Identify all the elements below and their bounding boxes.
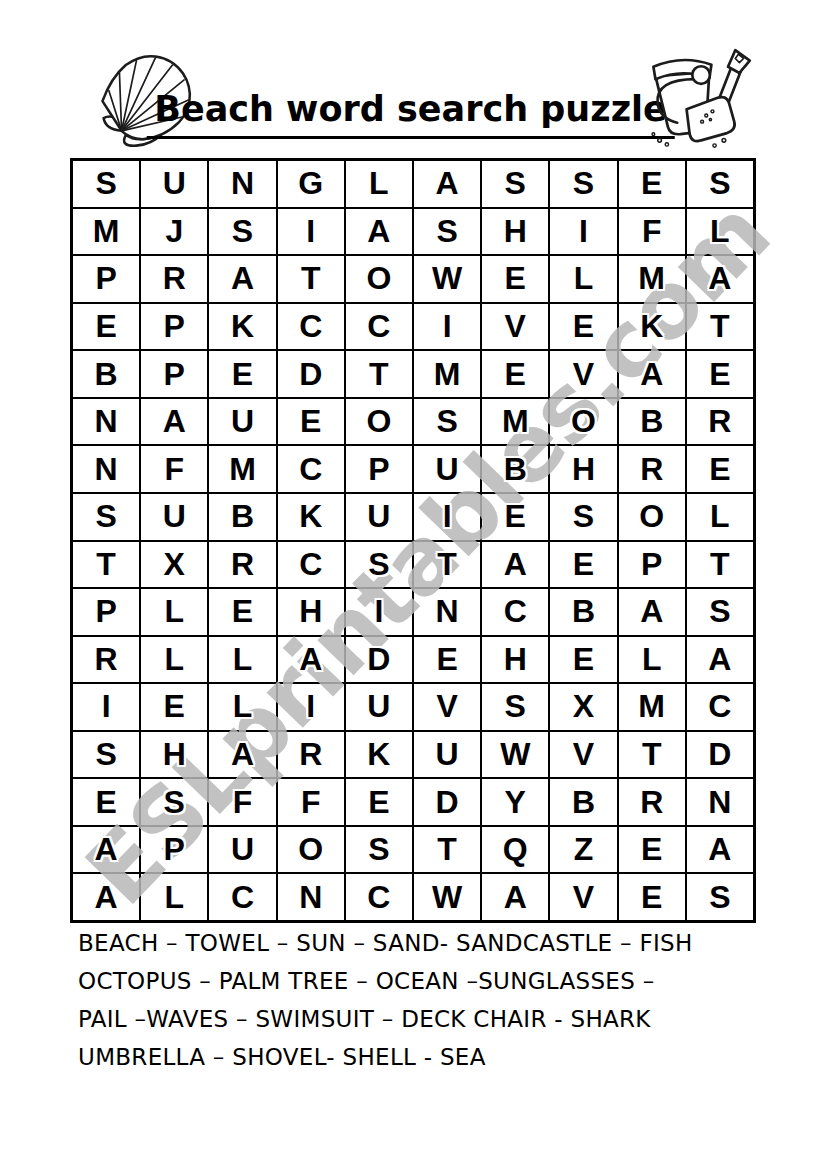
grid-cell[interactable]: L: [618, 636, 686, 684]
grid-letter: D: [436, 784, 459, 821]
grid-letter: E: [505, 356, 526, 393]
grid-cell[interactable]: X: [140, 541, 208, 589]
grid-letter: E: [164, 688, 185, 725]
grid-letter: V: [505, 308, 526, 345]
grid-letter: A: [95, 879, 118, 916]
grid-cell[interactable]: I: [277, 683, 345, 731]
grid-letter: R: [640, 784, 663, 821]
grid-letter: Z: [574, 831, 594, 868]
grid-letter: L: [233, 641, 253, 678]
grid-letter: L: [233, 688, 253, 725]
grid-cell[interactable]: D: [345, 636, 413, 684]
grid-letter: P: [164, 831, 185, 868]
grid-cell[interactable]: E: [140, 683, 208, 731]
grid-letter: P: [368, 451, 389, 488]
grid-letter: V: [436, 688, 457, 725]
grid-cell[interactable]: A: [686, 826, 754, 874]
grid-letter: E: [232, 356, 253, 393]
grid-letter: F: [165, 451, 185, 488]
grid-cell[interactable]: O: [549, 398, 617, 446]
grid-letter: C: [708, 688, 731, 725]
grid-cell[interactable]: E: [208, 350, 276, 398]
grid-letter: L: [165, 879, 185, 916]
word-list-line: PAIL –WAVES – SWIMSUIT – DECK CHAIR - SH…: [78, 1000, 816, 1038]
grid-cell[interactable]: F: [618, 208, 686, 256]
grid-letter: E: [641, 831, 662, 868]
word-list: BEACH – TOWEL – SUN – SAND- SANDCASTLE –…: [78, 924, 816, 1076]
grid-cell[interactable]: P: [140, 350, 208, 398]
grid-cell[interactable]: K: [277, 493, 345, 541]
grid-cell[interactable]: L: [208, 636, 276, 684]
grid-letter: S: [164, 784, 185, 821]
grid-letter: Y: [505, 784, 526, 821]
grid-letter: M: [502, 403, 529, 440]
grid-cell[interactable]: A: [413, 160, 481, 208]
grid-cell[interactable]: Q: [481, 826, 549, 874]
grid-letter: C: [504, 593, 527, 630]
grid-cell[interactable]: C: [686, 683, 754, 731]
grid-cell[interactable]: E: [618, 160, 686, 208]
grid-cell[interactable]: O: [345, 398, 413, 446]
grid-letter: G: [298, 165, 323, 202]
grid-cell[interactable]: V: [481, 303, 549, 351]
grid-letter: L: [642, 641, 662, 678]
grid-cell[interactable]: S: [208, 208, 276, 256]
grid-letter: A: [708, 641, 731, 678]
grid-cell[interactable]: S: [140, 778, 208, 826]
grid-cell[interactable]: E: [481, 493, 549, 541]
grid-cell[interactable]: S: [345, 541, 413, 589]
grid-letter: S: [573, 498, 594, 535]
grid-cell[interactable]: U: [345, 493, 413, 541]
grid-cell[interactable]: S: [72, 160, 140, 208]
word-search-grid: SUNGLASSESMJSIASHIFLPRATOWELMAEPKCCIVEKT…: [70, 158, 756, 923]
grid-letter: T: [642, 736, 662, 773]
grid-letter: B: [504, 451, 527, 488]
grid-letter: A: [436, 165, 459, 202]
grid-cell[interactable]: C: [277, 303, 345, 351]
grid-cell[interactable]: L: [549, 255, 617, 303]
grid-cell[interactable]: R: [686, 398, 754, 446]
grid-cell[interactable]: C: [481, 588, 549, 636]
grid-cell[interactable]: I: [413, 493, 481, 541]
grid-letter: H: [504, 213, 527, 250]
grid-cell[interactable]: T: [618, 731, 686, 779]
grid-letter: I: [102, 688, 111, 725]
grid-letter: S: [709, 165, 730, 202]
grid-cell[interactable]: N: [413, 588, 481, 636]
grid-cell[interactable]: R: [140, 255, 208, 303]
grid-cell[interactable]: P: [618, 541, 686, 589]
grid-letter: U: [367, 688, 390, 725]
grid-letter: B: [95, 356, 118, 393]
grid-cell[interactable]: V: [413, 683, 481, 731]
grid-letter: A: [231, 260, 254, 297]
grid-cell[interactable]: D: [413, 778, 481, 826]
grid-cell[interactable]: U: [413, 445, 481, 493]
grid-letter: W: [432, 260, 462, 297]
grid-cell[interactable]: S: [72, 493, 140, 541]
grid-letter: U: [436, 451, 459, 488]
grid-letter: E: [573, 308, 594, 345]
grid-letter: S: [368, 831, 389, 868]
grid-cell[interactable]: C: [277, 445, 345, 493]
grid-letter: E: [641, 165, 662, 202]
grid-cell[interactable]: S: [549, 160, 617, 208]
grid-letter: N: [95, 451, 118, 488]
grid-letter: E: [505, 498, 526, 535]
grid-cell[interactable]: L: [140, 588, 208, 636]
grid-cell[interactable]: V: [549, 731, 617, 779]
grid-cell[interactable]: W: [413, 873, 481, 921]
grid-letter: L: [574, 260, 594, 297]
grid-cell[interactable]: O: [618, 493, 686, 541]
grid-letter: A: [640, 593, 663, 630]
grid-cell[interactable]: R: [618, 445, 686, 493]
grid-cell[interactable]: I: [413, 303, 481, 351]
grid-cell[interactable]: M: [481, 398, 549, 446]
grid-cell[interactable]: A: [277, 636, 345, 684]
grid-letter: M: [638, 688, 665, 725]
grid-letter: I: [443, 308, 452, 345]
grid-letter: N: [299, 879, 322, 916]
grid-cell[interactable]: E: [549, 541, 617, 589]
grid-letter: S: [505, 165, 526, 202]
page-title: Beach word search puzzle: [146, 89, 675, 139]
grid-cell[interactable]: L: [345, 160, 413, 208]
grid-letter: D: [367, 641, 390, 678]
grid-cell[interactable]: E: [345, 778, 413, 826]
grid-letter: E: [709, 451, 730, 488]
word-list-line: OCTOPUS – PALM TREE – OCEAN –SUNGLASSES …: [78, 962, 816, 1000]
grid-cell[interactable]: S: [481, 160, 549, 208]
grid-cell[interactable]: P: [72, 588, 140, 636]
grid-cell[interactable]: B: [618, 398, 686, 446]
grid-cell[interactable]: T: [413, 541, 481, 589]
grid-cell[interactable]: E: [618, 873, 686, 921]
grid-letter: C: [299, 451, 322, 488]
grid-letter: B: [572, 593, 595, 630]
grid-letter: U: [163, 165, 186, 202]
grid-letter: E: [368, 784, 389, 821]
grid-cell[interactable]: M: [72, 208, 140, 256]
grid-cell[interactable]: S: [686, 588, 754, 636]
grid-letter: F: [301, 784, 321, 821]
grid-cell[interactable]: V: [549, 350, 617, 398]
grid-letter: T: [301, 260, 321, 297]
grid-letter: E: [709, 356, 730, 393]
grid-letter: K: [367, 736, 390, 773]
grid-letter: H: [504, 641, 527, 678]
grid-cell[interactable]: E: [208, 588, 276, 636]
grid-letter: O: [366, 260, 391, 297]
grid-cell[interactable]: A: [72, 873, 140, 921]
grid-cell[interactable]: J: [140, 208, 208, 256]
grid-letter: P: [95, 593, 116, 630]
grid-cell[interactable]: I: [277, 208, 345, 256]
grid-cell[interactable]: A: [140, 398, 208, 446]
grid-cell[interactable]: P: [72, 255, 140, 303]
grid-cell[interactable]: I: [345, 588, 413, 636]
grid-letter: E: [505, 260, 526, 297]
grid-cell[interactable]: L: [686, 493, 754, 541]
grid-letter: A: [95, 831, 118, 868]
grid-cell[interactable]: S: [686, 873, 754, 921]
grid-cell[interactable]: M: [413, 350, 481, 398]
grid-letter: P: [95, 260, 116, 297]
grid-letter: D: [299, 356, 322, 393]
grid-cell[interactable]: F: [277, 778, 345, 826]
grid-cell[interactable]: C: [277, 541, 345, 589]
grid-letter: U: [367, 498, 390, 535]
grid-cell[interactable]: E: [618, 826, 686, 874]
grid-letter: I: [443, 498, 452, 535]
grid-cell[interactable]: X: [549, 683, 617, 731]
grid-cell[interactable]: R: [277, 731, 345, 779]
grid-letter: S: [95, 165, 116, 202]
grid-cell[interactable]: Y: [481, 778, 549, 826]
grid-letter: F: [642, 213, 662, 250]
grid-letter: S: [95, 736, 116, 773]
grid-letter: E: [300, 403, 321, 440]
grid-cell[interactable]: V: [549, 873, 617, 921]
grid-letter: A: [367, 213, 390, 250]
grid-letter: B: [572, 784, 595, 821]
grid-cell[interactable]: E: [481, 255, 549, 303]
grid-letter: U: [231, 403, 254, 440]
grid-cell[interactable]: N: [208, 160, 276, 208]
grid-letter: L: [165, 593, 185, 630]
grid-cell[interactable]: H: [481, 208, 549, 256]
grid-cell[interactable]: O: [277, 826, 345, 874]
grid-cell[interactable]: M: [618, 255, 686, 303]
grid-letter: A: [299, 641, 322, 678]
grid-cell[interactable]: S: [481, 683, 549, 731]
grid-letter: C: [299, 546, 322, 583]
grid-letter: V: [573, 879, 594, 916]
grid-letter: D: [708, 736, 731, 773]
word-list-line: BEACH – TOWEL – SUN – SAND- SANDCASTLE –…: [78, 924, 816, 962]
grid-letter: B: [231, 498, 254, 535]
grid-cell[interactable]: L: [140, 636, 208, 684]
grid-cell[interactable]: T: [413, 826, 481, 874]
grid-cell[interactable]: H: [549, 445, 617, 493]
grid-cell[interactable]: T: [277, 255, 345, 303]
grid-letter: T: [437, 546, 457, 583]
grid-letter: T: [96, 546, 116, 583]
grid-cell[interactable]: M: [618, 683, 686, 731]
grid-cell[interactable]: U: [345, 683, 413, 731]
word-list-line: UMBRELLA – SHOVEL- SHELL - SEA: [78, 1038, 816, 1076]
grid-letter: M: [434, 356, 461, 393]
grid-letter: A: [640, 356, 663, 393]
grid-cell[interactable]: E: [549, 636, 617, 684]
grid-letter: S: [232, 213, 253, 250]
grid-cell[interactable]: E: [549, 303, 617, 351]
grid-cell[interactable]: H: [481, 636, 549, 684]
grid-letter: I: [306, 688, 315, 725]
grid-cell[interactable]: I: [72, 683, 140, 731]
grid-cell[interactable]: T: [72, 541, 140, 589]
grid-letter: A: [504, 546, 527, 583]
grid-letter: O: [298, 831, 323, 868]
grid-letter: K: [231, 308, 254, 345]
grid-cell[interactable]: S: [413, 398, 481, 446]
grid-cell[interactable]: H: [140, 731, 208, 779]
grid-letter: T: [710, 308, 730, 345]
grid-cell[interactable]: A: [72, 826, 140, 874]
grid-cell[interactable]: K: [208, 303, 276, 351]
grid-cell[interactable]: D: [277, 350, 345, 398]
grid-cell[interactable]: E: [72, 303, 140, 351]
grid-cell[interactable]: W: [413, 255, 481, 303]
grid-cell[interactable]: U: [208, 826, 276, 874]
grid-cell[interactable]: S: [549, 493, 617, 541]
grid-cell[interactable]: S: [345, 826, 413, 874]
grid-cell[interactable]: W: [481, 731, 549, 779]
grid-cell[interactable]: A: [481, 541, 549, 589]
grid-cell[interactable]: A: [618, 350, 686, 398]
grid-cell[interactable]: R: [72, 636, 140, 684]
grid-cell[interactable]: C: [345, 873, 413, 921]
grid-cell[interactable]: E: [413, 636, 481, 684]
grid-cell[interactable]: D: [686, 731, 754, 779]
grid-cell[interactable]: N: [72, 445, 140, 493]
grid-cell[interactable]: T: [345, 350, 413, 398]
grid-cell[interactable]: U: [140, 160, 208, 208]
grid-letter: E: [573, 546, 594, 583]
grid-letter: V: [573, 356, 594, 393]
grid-cell[interactable]: U: [413, 731, 481, 779]
grid-cell[interactable]: A: [686, 636, 754, 684]
grid-cell[interactable]: K: [618, 303, 686, 351]
grid-letter: A: [504, 879, 527, 916]
grid-letter: J: [165, 213, 183, 250]
grid-cell[interactable]: M: [208, 445, 276, 493]
grid-letter: P: [164, 308, 185, 345]
grid-cell[interactable]: B: [549, 778, 617, 826]
grid-cell[interactable]: N: [277, 873, 345, 921]
grid-cell[interactable]: G: [277, 160, 345, 208]
grid-cell[interactable]: H: [277, 588, 345, 636]
grid-letter: A: [708, 831, 731, 868]
grid-letter: O: [571, 403, 596, 440]
grid-letter: I: [306, 213, 315, 250]
grid-cell[interactable]: P: [345, 445, 413, 493]
grid-cell[interactable]: L: [208, 683, 276, 731]
grid-letter: R: [231, 546, 254, 583]
grid-cell[interactable]: B: [481, 445, 549, 493]
grid-cell[interactable]: B: [549, 588, 617, 636]
grid-cell[interactable]: E: [72, 778, 140, 826]
grid-letter: S: [709, 593, 730, 630]
grid-letter: S: [368, 546, 389, 583]
grid-cell[interactable]: R: [618, 778, 686, 826]
grid-cell[interactable]: E: [686, 350, 754, 398]
grid-letter: H: [163, 736, 186, 773]
grid-cell[interactable]: E: [481, 350, 549, 398]
grid-letter: U: [436, 736, 459, 773]
grid-cell[interactable]: O: [345, 255, 413, 303]
grid-letter: K: [299, 498, 322, 535]
grid-cell[interactable]: C: [345, 303, 413, 351]
grid-cell[interactable]: B: [208, 493, 276, 541]
grid-cell[interactable]: I: [549, 208, 617, 256]
grid-cell[interactable]: T: [686, 303, 754, 351]
grid-letter: C: [367, 308, 390, 345]
grid-letter: R: [640, 451, 663, 488]
grid-letter: A: [163, 403, 186, 440]
grid-cell[interactable]: N: [72, 398, 140, 446]
grid-letter: Q: [503, 831, 528, 868]
grid-cell[interactable]: R: [208, 541, 276, 589]
grid-cell[interactable]: L: [140, 873, 208, 921]
grid-cell[interactable]: A: [345, 208, 413, 256]
grid-cell[interactable]: S: [686, 160, 754, 208]
grid-cell[interactable]: S: [413, 208, 481, 256]
grid-cell[interactable]: U: [208, 398, 276, 446]
grid-cell[interactable]: T: [686, 541, 754, 589]
bucket-spade-icon: [642, 44, 756, 160]
grid-letter: U: [231, 831, 254, 868]
grid-letter: R: [299, 736, 322, 773]
grid-cell[interactable]: B: [72, 350, 140, 398]
grid-letter: N: [436, 593, 459, 630]
grid-cell[interactable]: A: [481, 873, 549, 921]
grid-cell[interactable]: F: [208, 778, 276, 826]
grid-cell[interactable]: E: [686, 445, 754, 493]
grid-letter: S: [436, 403, 457, 440]
grid-cell[interactable]: E: [277, 398, 345, 446]
grid-cell[interactable]: A: [686, 255, 754, 303]
grid-letter: P: [164, 356, 185, 393]
grid-letter: H: [299, 593, 322, 630]
grid-letter: A: [708, 260, 731, 297]
grid-cell[interactable]: A: [208, 255, 276, 303]
grid-letter: V: [573, 736, 594, 773]
grid-cell[interactable]: P: [140, 303, 208, 351]
grid-cell[interactable]: S: [72, 731, 140, 779]
grid-cell[interactable]: N: [686, 778, 754, 826]
grid-cell[interactable]: A: [208, 731, 276, 779]
grid-letter: O: [639, 498, 664, 535]
grid-letter: W: [500, 736, 530, 773]
grid-letter: E: [436, 641, 457, 678]
grid-cell[interactable]: A: [618, 588, 686, 636]
grid-letter: P: [641, 546, 662, 583]
grid-cell[interactable]: U: [140, 493, 208, 541]
grid-letter: S: [573, 165, 594, 202]
grid-letter: U: [163, 498, 186, 535]
grid-letter: E: [573, 641, 594, 678]
grid-letter: C: [367, 879, 390, 916]
grid-letter: I: [374, 593, 383, 630]
grid-letter: X: [164, 546, 185, 583]
grid-letter: S: [436, 213, 457, 250]
grid-letter: R: [708, 403, 731, 440]
grid-letter: T: [710, 546, 730, 583]
grid-cell[interactable]: F: [140, 445, 208, 493]
grid-cell[interactable]: K: [345, 731, 413, 779]
grid-letter: L: [165, 641, 185, 678]
grid-letter: W: [432, 879, 462, 916]
grid-cell[interactable]: P: [140, 826, 208, 874]
grid-cell[interactable]: Z: [549, 826, 617, 874]
grid-cell[interactable]: C: [208, 873, 276, 921]
grid-cell[interactable]: L: [686, 208, 754, 256]
grid-letter: A: [231, 736, 254, 773]
grid-letter: T: [437, 831, 457, 868]
